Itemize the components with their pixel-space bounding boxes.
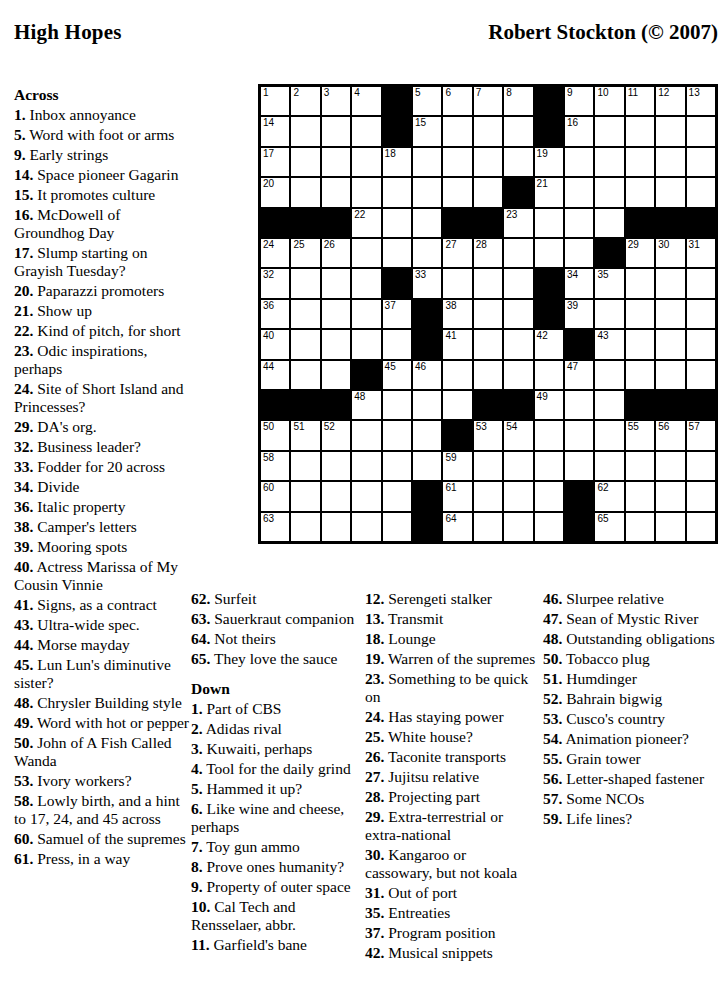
grid-cell[interactable]: 2 (291, 87, 319, 115)
grid-cell[interactable]: 6 (443, 87, 471, 115)
grid-cell[interactable] (626, 148, 654, 176)
black-cell (535, 87, 563, 115)
cell-number: 26 (324, 239, 335, 251)
grid-cell[interactable] (322, 330, 350, 358)
grid-cell[interactable]: 8 (504, 87, 532, 115)
cell-number: 47 (567, 361, 578, 373)
clue-down-29: 29. Extra-terrestrial or extra-national (365, 808, 537, 844)
black-cell (565, 482, 593, 510)
cell-number: 18 (385, 148, 396, 160)
puzzle-byline: Robert Stockton (© 2007) (488, 20, 718, 45)
cell-number: 64 (445, 513, 456, 525)
clue-across-17: 17. Slump starting on Grayish Tuesday? (14, 244, 194, 280)
black-cell (291, 391, 319, 419)
grid-cell[interactable] (322, 452, 350, 480)
grid-cell[interactable] (443, 361, 471, 389)
grid-cell[interactable]: 43 (595, 330, 623, 358)
grid-cell[interactable] (474, 178, 502, 206)
clue-col-3: 12. Serengeti stalker13. Transmit18. Lou… (365, 590, 537, 964)
black-cell (656, 209, 684, 237)
grid-cell[interactable] (626, 269, 654, 297)
grid-cell[interactable] (352, 269, 380, 297)
black-cell (687, 209, 715, 237)
grid-cell[interactable]: 10 (595, 87, 623, 115)
clue-across-34: 34. Divide (14, 478, 194, 496)
cell-number: 21 (537, 178, 548, 190)
cell-number: 23 (506, 209, 517, 221)
grid-cell[interactable] (352, 482, 380, 510)
grid-cell[interactable] (626, 300, 654, 328)
black-cell (535, 117, 563, 145)
grid-cell[interactable] (565, 148, 593, 176)
clue-down-10: 10. Cal Tech and Rensselaer, abbr. (191, 898, 361, 934)
grid-cell[interactable]: 47 (565, 361, 593, 389)
clue-down-30: 30. Kangaroo or cassowary, but not koala (365, 846, 537, 882)
cell-number: 36 (263, 300, 274, 312)
grid-cell[interactable]: 12 (656, 87, 684, 115)
cell-number: 8 (506, 87, 512, 99)
grid-cell[interactable]: 3 (322, 87, 350, 115)
grid-cell[interactable] (504, 513, 532, 541)
grid-cell[interactable]: 46 (413, 361, 441, 389)
grid-cell[interactable] (595, 148, 623, 176)
black-cell (413, 513, 441, 541)
grid-cell[interactable] (383, 391, 411, 419)
grid-cell[interactable] (322, 148, 350, 176)
grid-cell[interactable]: 59 (443, 452, 471, 480)
grid-cell[interactable]: 64 (443, 513, 471, 541)
grid-cell[interactable]: 34 (565, 269, 593, 297)
cell-number: 33 (415, 269, 426, 281)
grid-cell[interactable] (535, 513, 563, 541)
grid-cell[interactable]: 60 (261, 482, 289, 510)
grid-cell[interactable]: 25 (291, 239, 319, 267)
grid-cell[interactable] (504, 361, 532, 389)
grid-cell[interactable]: 27 (443, 239, 471, 267)
clue-across-64: 64. Not theirs (191, 630, 361, 648)
grid-cell[interactable]: 17 (261, 148, 289, 176)
grid-cell[interactable] (595, 117, 623, 145)
grid-cell[interactable] (504, 269, 532, 297)
down-header: Down (191, 680, 361, 698)
grid-cell[interactable]: 63 (261, 513, 289, 541)
grid-cell[interactable] (291, 330, 319, 358)
grid-cell[interactable] (656, 269, 684, 297)
grid-cell[interactable] (474, 452, 502, 480)
grid-cell[interactable] (504, 148, 532, 176)
grid-cell[interactable] (383, 178, 411, 206)
cell-number: 58 (263, 452, 274, 464)
black-cell (535, 300, 563, 328)
grid-cell[interactable] (291, 452, 319, 480)
clue-down-53: 53. Cusco's country (543, 710, 725, 728)
grid-cell[interactable]: 9 (565, 87, 593, 115)
cell-number: 20 (263, 178, 274, 190)
grid-cell[interactable]: 35 (595, 269, 623, 297)
black-cell (595, 239, 623, 267)
grid-cell[interactable]: 11 (626, 87, 654, 115)
grid-cell[interactable]: 52 (322, 421, 350, 449)
grid-cell[interactable] (626, 452, 654, 480)
grid-cell[interactable]: 31 (687, 239, 715, 267)
grid-cell[interactable] (291, 361, 319, 389)
cell-number: 61 (445, 482, 456, 494)
grid-cell[interactable] (687, 361, 715, 389)
black-cell (687, 391, 715, 419)
clue-across-15: 15. It promotes culture (14, 186, 194, 204)
clue-across-40: 40. Actress Marissa of My Cousin Vinnie (14, 558, 194, 594)
grid-cell[interactable]: 62 (595, 482, 623, 510)
clue-across-44: 44. Morse mayday (14, 636, 194, 654)
cell-number: 38 (445, 300, 456, 312)
grid-cell[interactable] (595, 300, 623, 328)
grid-cell[interactable] (535, 239, 563, 267)
grid-cell[interactable]: 14 (261, 117, 289, 145)
grid-cell[interactable]: 26 (322, 239, 350, 267)
grid-cell[interactable] (535, 421, 563, 449)
grid-cell[interactable] (504, 300, 532, 328)
grid-cell[interactable] (626, 482, 654, 510)
grid-cell[interactable]: 49 (535, 391, 563, 419)
grid-cell[interactable]: 18 (383, 148, 411, 176)
grid-cell[interactable] (535, 209, 563, 237)
grid-cell[interactable]: 40 (261, 330, 289, 358)
grid-cell[interactable] (626, 361, 654, 389)
grid-cell[interactable] (656, 452, 684, 480)
grid-cell[interactable]: 29 (626, 239, 654, 267)
clue-down-3: 3. Kuwaiti, perhaps (191, 740, 361, 758)
grid-cell[interactable]: 28 (474, 239, 502, 267)
grid-cell[interactable] (291, 513, 319, 541)
grid-cell[interactable] (595, 391, 623, 419)
grid-cell[interactable] (656, 361, 684, 389)
black-cell (413, 300, 441, 328)
clue-across-38: 38. Camper's letters (14, 518, 194, 536)
grid-cell[interactable] (656, 300, 684, 328)
grid-cell[interactable]: 15 (413, 117, 441, 145)
grid-cell[interactable] (565, 239, 593, 267)
clue-across-21: 21. Show up (14, 302, 194, 320)
grid-cell[interactable]: 32 (261, 269, 289, 297)
clue-down-54: 54. Animation pioneer? (543, 730, 725, 748)
clue-across-45: 45. Lun Lun's diminutive sister? (14, 656, 194, 692)
grid-cell[interactable] (322, 269, 350, 297)
grid-cell[interactable]: 58 (261, 452, 289, 480)
clue-down-19: 19. Warren of the supremes (365, 650, 537, 668)
grid-cell[interactable] (413, 239, 441, 267)
grid-cell[interactable] (656, 117, 684, 145)
clue-down-46: 46. Slurpee relative (543, 590, 725, 608)
grid-cell[interactable]: 23 (504, 209, 532, 237)
grid-cell[interactable] (687, 178, 715, 206)
grid-cell[interactable]: 19 (535, 148, 563, 176)
grid-cell[interactable]: 57 (687, 421, 715, 449)
grid-cell[interactable] (291, 269, 319, 297)
grid-cell[interactable]: 38 (443, 300, 471, 328)
grid-cell[interactable] (352, 452, 380, 480)
grid-cell[interactable] (383, 452, 411, 480)
grid-cell[interactable]: 42 (535, 330, 563, 358)
grid-cell[interactable] (687, 300, 715, 328)
clue-down-23: 23. Something to be quick on (365, 670, 537, 706)
clue-down-25: 25. White house? (365, 728, 537, 746)
grid-cell[interactable] (352, 513, 380, 541)
clue-down-2: 2. Adidas rival (191, 720, 361, 738)
grid-cell[interactable] (443, 117, 471, 145)
cell-number: 60 (263, 482, 274, 494)
cell-number: 54 (506, 421, 517, 433)
cell-number: 2 (293, 87, 299, 99)
grid-cell[interactable] (687, 482, 715, 510)
grid-cell[interactable] (626, 117, 654, 145)
cell-number: 65 (597, 513, 608, 525)
grid-cell[interactable]: 22 (352, 209, 380, 237)
clue-down-7: 7. Toy gun ammo (191, 838, 361, 856)
grid-cell[interactable] (504, 482, 532, 510)
grid-cell[interactable] (413, 178, 441, 206)
clue-across-43: 43. Ultra-wide spec. (14, 616, 194, 634)
grid-cell[interactable] (535, 482, 563, 510)
grid-cell[interactable] (504, 330, 532, 358)
grid-cell[interactable] (291, 482, 319, 510)
grid-cell[interactable] (687, 513, 715, 541)
grid-cell[interactable] (535, 452, 563, 480)
clue-down-9: 9. Property of outer space (191, 878, 361, 896)
grid-cell[interactable] (291, 300, 319, 328)
grid-cell[interactable] (443, 178, 471, 206)
cell-number: 52 (324, 421, 335, 433)
cell-number: 19 (537, 148, 548, 160)
black-cell (261, 209, 289, 237)
grid-cell[interactable] (413, 391, 441, 419)
grid-cell[interactable] (474, 148, 502, 176)
clue-down-6: 6. Like wine and cheese, perhaps (191, 800, 361, 836)
grid-cell[interactable]: 36 (261, 300, 289, 328)
grid-cell[interactable] (291, 117, 319, 145)
grid-cell[interactable] (352, 421, 380, 449)
grid-cell[interactable] (413, 148, 441, 176)
grid-cell[interactable]: 53 (474, 421, 502, 449)
grid-cell[interactable] (413, 421, 441, 449)
grid-cell[interactable] (595, 452, 623, 480)
cell-number: 53 (476, 421, 487, 433)
grid-cell[interactable] (504, 239, 532, 267)
cell-number: 37 (385, 300, 396, 312)
cell-number: 25 (293, 239, 304, 251)
cell-number: 6 (445, 87, 451, 99)
clue-down-24: 24. Has staying power (365, 708, 537, 726)
grid-cell[interactable] (656, 482, 684, 510)
grid-cell[interactable] (352, 178, 380, 206)
clue-across-39: 39. Mooring spots (14, 538, 194, 556)
cell-number: 17 (263, 148, 274, 160)
grid-cell[interactable] (474, 117, 502, 145)
clue-across-61: 61. Press, in a way (14, 850, 194, 868)
black-cell (352, 361, 380, 389)
grid-cell[interactable] (656, 330, 684, 358)
grid-cell[interactable]: 1 (261, 87, 289, 115)
grid-cell[interactable] (383, 330, 411, 358)
grid-cell[interactable] (443, 391, 471, 419)
grid-cell[interactable]: 54 (504, 421, 532, 449)
cell-number: 49 (537, 391, 548, 403)
grid-cell[interactable] (352, 148, 380, 176)
grid-cell[interactable] (595, 361, 623, 389)
cell-number: 48 (354, 391, 365, 403)
grid-cell[interactable] (322, 482, 350, 510)
grid-cell[interactable]: 48 (352, 391, 380, 419)
grid-cell[interactable] (352, 117, 380, 145)
grid-cell[interactable] (413, 452, 441, 480)
grid-cell[interactable] (383, 421, 411, 449)
clue-across-9: 9. Early strings (14, 146, 194, 164)
clue-across-1: 1. Inbox annoyance (14, 106, 194, 124)
black-cell (383, 87, 411, 115)
grid-cell[interactable] (565, 421, 593, 449)
grid-cell[interactable] (595, 178, 623, 206)
grid-cell[interactable] (322, 300, 350, 328)
grid-cell[interactable] (656, 178, 684, 206)
grid-cell[interactable]: 65 (595, 513, 623, 541)
grid-cell[interactable]: 44 (261, 361, 289, 389)
grid-cell[interactable] (352, 300, 380, 328)
clue-across-49: 49. Word with hot or pepper (14, 714, 194, 732)
grid-cell[interactable]: 56 (656, 421, 684, 449)
grid-cell[interactable]: 61 (443, 482, 471, 510)
grid-cell[interactable] (626, 178, 654, 206)
grid-cell[interactable] (565, 209, 593, 237)
grid-cell[interactable] (291, 178, 319, 206)
grid-cell[interactable] (383, 209, 411, 237)
grid-cell[interactable] (322, 513, 350, 541)
grid-cell[interactable] (595, 209, 623, 237)
grid-cell[interactable] (291, 148, 319, 176)
grid-cell[interactable]: 50 (261, 421, 289, 449)
grid-cell[interactable] (687, 117, 715, 145)
grid-cell[interactable]: 37 (383, 300, 411, 328)
clue-down-56: 56. Letter-shaped fastener (543, 770, 725, 788)
grid-cell[interactable]: 4 (352, 87, 380, 115)
cell-number: 50 (263, 421, 274, 433)
grid-cell[interactable]: 39 (565, 300, 593, 328)
grid-cell[interactable] (443, 269, 471, 297)
grid-cell[interactable]: 51 (291, 421, 319, 449)
grid-cell[interactable] (413, 209, 441, 237)
grid-cell[interactable]: 30 (656, 239, 684, 267)
grid-cell[interactable] (383, 513, 411, 541)
grid-cell[interactable] (474, 330, 502, 358)
clue-across-36: 36. Italic property (14, 498, 194, 516)
grid-cell[interactable] (474, 300, 502, 328)
clue-down-35: 35. Entreaties (365, 904, 537, 922)
grid-cell[interactable] (352, 330, 380, 358)
grid-cell[interactable]: 13 (687, 87, 715, 115)
clue-down-4: 4. Tool for the daily grind (191, 760, 361, 778)
clue-across-32: 32. Business leader? (14, 438, 194, 456)
black-cell (535, 269, 563, 297)
cell-number: 7 (476, 87, 482, 99)
grid-cell[interactable] (565, 178, 593, 206)
cell-number: 13 (689, 87, 700, 99)
grid-cell[interactable] (322, 361, 350, 389)
grid-cell[interactable] (626, 330, 654, 358)
grid-cell[interactable] (687, 148, 715, 176)
grid-cell[interactable] (474, 361, 502, 389)
grid-cell[interactable] (565, 452, 593, 480)
black-cell (504, 391, 532, 419)
cell-number: 45 (385, 361, 396, 373)
cell-number: 1 (263, 87, 269, 99)
grid-cell[interactable] (474, 482, 502, 510)
grid-cell[interactable] (474, 513, 502, 541)
cell-number: 57 (689, 421, 700, 433)
grid-cell[interactable] (352, 239, 380, 267)
grid-cell[interactable] (626, 513, 654, 541)
grid-cell[interactable]: 41 (443, 330, 471, 358)
clue-across-14: 14. Space pioneer Gagarin (14, 166, 194, 184)
cell-number: 56 (658, 421, 669, 433)
clue-down-26: 26. Taconite transports (365, 748, 537, 766)
grid-cell[interactable] (656, 513, 684, 541)
grid-cell[interactable]: 24 (261, 239, 289, 267)
crossword-grid: 1234567891011121314151617181920212223242… (258, 84, 718, 544)
cell-number: 35 (597, 269, 608, 281)
grid-cell[interactable] (687, 452, 715, 480)
grid-cell[interactable] (504, 117, 532, 145)
grid-cell[interactable] (535, 361, 563, 389)
clue-down-52: 52. Bahrain bigwig (543, 690, 725, 708)
grid-cell[interactable] (504, 452, 532, 480)
cell-number: 43 (597, 330, 608, 342)
clue-across-20: 20. Paparazzi promoters (14, 282, 194, 300)
cell-number: 3 (324, 87, 330, 99)
black-cell (474, 209, 502, 237)
grid-cell[interactable] (565, 391, 593, 419)
clue-down-11: 11. Garfield's bane (191, 936, 361, 954)
grid-cell[interactable] (322, 178, 350, 206)
grid-cell[interactable]: 33 (413, 269, 441, 297)
clue-down-28: 28. Projecting part (365, 788, 537, 806)
clue-col-4: 46. Slurpee relative47. Sean of Mystic R… (543, 590, 725, 830)
grid-cell[interactable] (383, 239, 411, 267)
black-cell (626, 391, 654, 419)
cell-number: 44 (263, 361, 274, 373)
grid-cell[interactable]: 21 (535, 178, 563, 206)
grid-cell[interactable] (656, 148, 684, 176)
clue-down-37: 37. Program position (365, 924, 537, 942)
clue-down-27: 27. Jujitsu relative (365, 768, 537, 786)
grid-cell[interactable]: 16 (565, 117, 593, 145)
grid-cell[interactable] (687, 330, 715, 358)
grid-cell[interactable]: 7 (474, 87, 502, 115)
grid-cell[interactable] (474, 269, 502, 297)
cell-number: 39 (567, 300, 578, 312)
clue-down-18: 18. Lounge (365, 630, 537, 648)
black-cell (383, 117, 411, 145)
grid-cell[interactable] (595, 421, 623, 449)
clue-down-12: 12. Serengeti stalker (365, 590, 537, 608)
grid-cell[interactable] (322, 117, 350, 145)
clue-down-50: 50. Tobacco plug (543, 650, 725, 668)
grid-cell[interactable] (687, 269, 715, 297)
grid-cell[interactable] (383, 482, 411, 510)
grid-cell[interactable]: 45 (383, 361, 411, 389)
grid-cell[interactable] (443, 148, 471, 176)
grid-cell[interactable]: 55 (626, 421, 654, 449)
cell-number: 42 (537, 330, 548, 342)
grid-cell[interactable]: 20 (261, 178, 289, 206)
grid-cell[interactable]: 5 (413, 87, 441, 115)
